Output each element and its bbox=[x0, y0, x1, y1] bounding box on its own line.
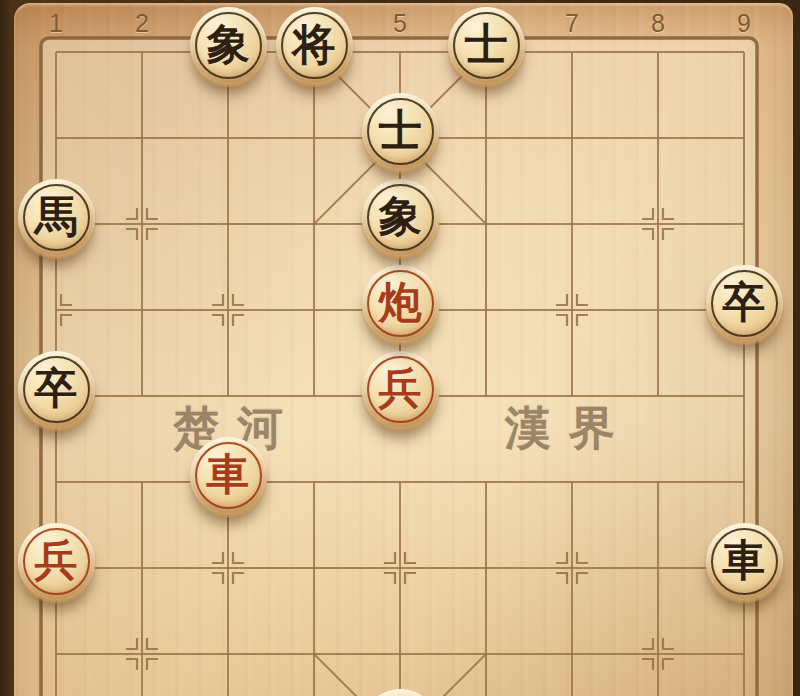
piece-black-soldier-c9[interactable]: 卒 bbox=[706, 265, 783, 342]
piece-glyph: 象 bbox=[207, 23, 250, 66]
piece-black-horse[interactable]: 馬 bbox=[18, 179, 95, 256]
piece-glyph: 炮 bbox=[379, 281, 422, 324]
piece-glyph: 兵 bbox=[379, 367, 422, 410]
piece-glyph: 馬 bbox=[35, 195, 78, 238]
piece-partial-piece-bottom[interactable] bbox=[362, 689, 439, 696]
piece-glyph: 卒 bbox=[35, 367, 78, 410]
pieces-grid: 象将士士馬象炮卒卒兵車兵車 bbox=[13, 2, 787, 696]
piece-red-soldier-c5[interactable]: 兵 bbox=[362, 351, 439, 428]
piece-black-general[interactable]: 将 bbox=[276, 7, 353, 84]
piece-glyph: 将 bbox=[293, 23, 336, 66]
piece-glyph: 象 bbox=[379, 195, 422, 238]
xiangqi-app-screen: { "game": "xiangqi", "app": { "descripti… bbox=[0, 0, 800, 696]
piece-red-chariot[interactable]: 車 bbox=[190, 437, 267, 514]
piece-glyph: 兵 bbox=[35, 539, 78, 582]
piece-black-chariot[interactable]: 車 bbox=[706, 523, 783, 600]
piece-glyph: 車 bbox=[207, 453, 250, 496]
piece-black-elephant-c5[interactable]: 象 bbox=[362, 179, 439, 256]
piece-black-advisor-c5[interactable]: 士 bbox=[362, 93, 439, 170]
piece-black-elephant-c3[interactable]: 象 bbox=[190, 7, 267, 84]
piece-black-advisor-c6[interactable]: 士 bbox=[448, 7, 525, 84]
piece-red-soldier-c1[interactable]: 兵 bbox=[18, 523, 95, 600]
piece-black-soldier-c1[interactable]: 卒 bbox=[18, 351, 95, 428]
piece-glyph: 卒 bbox=[723, 281, 766, 324]
piece-glyph: 士 bbox=[465, 23, 508, 66]
piece-glyph: 車 bbox=[723, 539, 766, 582]
piece-glyph: 士 bbox=[379, 109, 422, 152]
piece-red-cannon[interactable]: 炮 bbox=[362, 265, 439, 342]
